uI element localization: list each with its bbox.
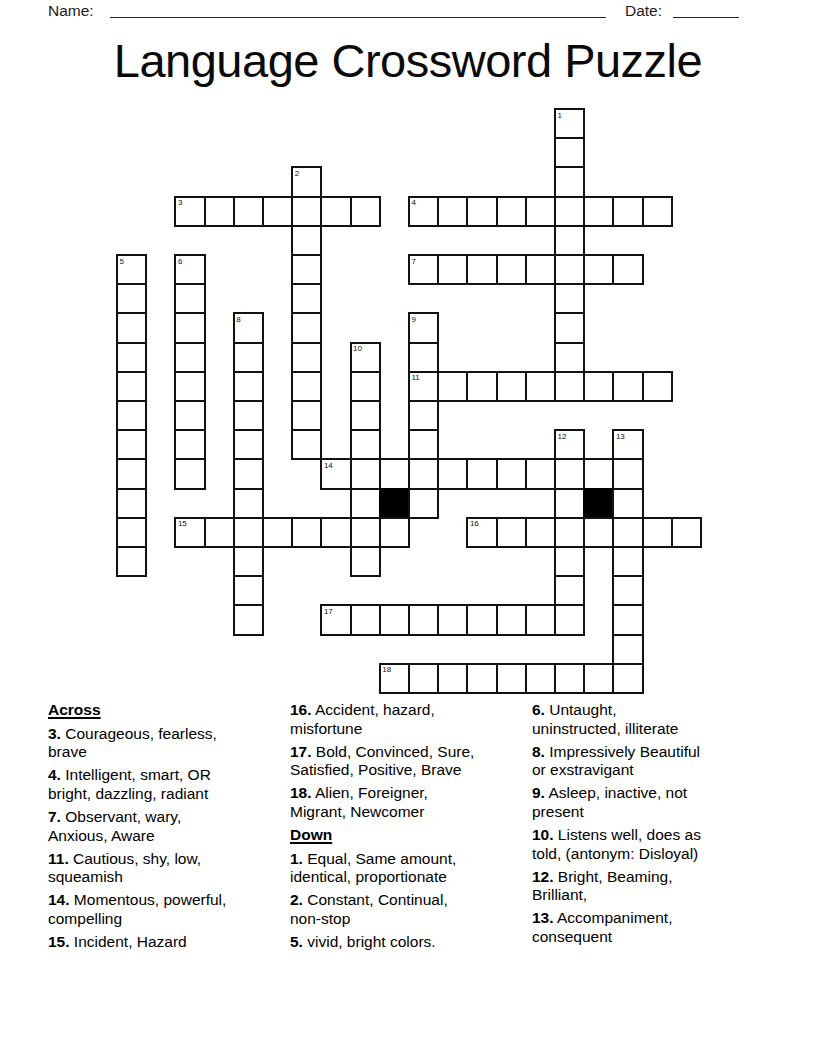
grid-cell[interactable] (233, 196, 264, 227)
grid-cell[interactable] (233, 546, 264, 577)
grid-cell-number: 3 (178, 198, 182, 207)
clue-text: Alien, Foreigner, Migrant, Newcomer (290, 784, 428, 820)
grid-cell-black (379, 488, 410, 519)
grid-cell[interactable] (204, 517, 235, 548)
clue-number: 14. (48, 891, 70, 908)
clue-number: 11. (48, 850, 69, 867)
grid-cell-number: 4 (412, 198, 416, 207)
grid-cell[interactable] (612, 634, 643, 665)
grid-cell[interactable] (350, 488, 381, 519)
grid-cell[interactable]: 17 (320, 604, 351, 635)
grid-cell-number: 6 (178, 257, 182, 266)
grid-cell[interactable] (583, 517, 614, 548)
grid-cell[interactable]: 15 (174, 517, 205, 548)
grid-cell[interactable] (350, 517, 381, 548)
clue-number: 18. (290, 784, 312, 801)
grid-cell[interactable] (496, 604, 527, 635)
clue-down-1: 1. Equal, Same amount, identical, propor… (290, 850, 522, 887)
grid-cell[interactable] (554, 604, 585, 635)
clue-column-2: 16. Accident, hazard, misfortune17. Bold… (290, 701, 522, 956)
grid-cell[interactable] (554, 488, 585, 519)
grid-cell[interactable] (496, 196, 527, 227)
grid-cell[interactable]: 16 (466, 517, 497, 548)
grid-cell-number: 15 (178, 519, 187, 528)
grid-cell-black (583, 488, 614, 519)
clue-text: Constant, Continual, non-stop (290, 891, 448, 927)
grid-cell[interactable] (233, 458, 264, 489)
grid-cell[interactable]: 7 (408, 254, 439, 285)
grid-cell[interactable] (642, 371, 673, 402)
clue-number: 12. (532, 868, 554, 885)
grid-cell[interactable] (408, 400, 439, 431)
clue-number: 17. (290, 743, 312, 760)
clue-text: Listens well, does as told, (antonym: Di… (532, 826, 701, 862)
grid-cell-number: 1 (558, 111, 562, 120)
grid-cell[interactable] (379, 604, 410, 635)
grid-cell[interactable] (408, 663, 439, 694)
grid-cell-number: 10 (353, 344, 362, 353)
grid-cell-number: 7 (412, 257, 416, 266)
clue-number: 9. (532, 784, 545, 801)
date-label: Date: (625, 2, 662, 20)
grid-cell[interactable] (116, 488, 147, 519)
grid-cell[interactable]: 18 (379, 663, 410, 694)
grid-cell[interactable] (233, 429, 264, 460)
grid-cell[interactable] (350, 546, 381, 577)
clue-number: 2. (290, 891, 303, 908)
grid-cell[interactable] (525, 196, 556, 227)
grid-cell[interactable] (554, 196, 585, 227)
grid-cell[interactable] (554, 166, 585, 197)
grid-cell[interactable] (233, 371, 264, 402)
grid-cell[interactable] (379, 458, 410, 489)
grid-cell[interactable] (437, 458, 468, 489)
grid-cell-number: 17 (324, 607, 333, 616)
clue-across-4: 4. Intelligent, smart, OR bright, dazzli… (48, 766, 280, 803)
grid-cell[interactable] (466, 254, 497, 285)
grid-cell[interactable] (291, 342, 322, 373)
grid-cell-number: 12 (558, 432, 567, 441)
grid-cell[interactable] (466, 604, 497, 635)
clue-text: Cautious, shy, low, squeamish (48, 850, 201, 886)
clue-down-9: 9. Asleep, inactive, not present (532, 784, 764, 821)
grid-cell[interactable] (408, 488, 439, 519)
grid-cell[interactable] (466, 458, 497, 489)
grid-cell[interactable] (291, 196, 322, 227)
clue-number: 5. (290, 933, 303, 950)
grid-cell[interactable] (554, 225, 585, 256)
grid-cell[interactable] (320, 196, 351, 227)
clue-number: 16. (290, 701, 312, 718)
grid-cell-number: 14 (324, 461, 333, 470)
grid-cell[interactable]: 1 (554, 108, 585, 139)
clue-text: Courageous, fearless, brave (48, 725, 217, 761)
grid-cell[interactable] (174, 342, 205, 373)
clue-down-2: 2. Constant, Continual, non-stop (290, 891, 522, 928)
clue-number: 7. (48, 808, 61, 825)
grid-cell[interactable] (437, 371, 468, 402)
grid-cell[interactable] (554, 283, 585, 314)
grid-cell[interactable] (554, 137, 585, 168)
grid-cell[interactable] (583, 371, 614, 402)
clues-section: Across3. Courageous, fearless, brave4. I… (48, 701, 764, 956)
name-field-line (110, 17, 606, 18)
grid-cell[interactable] (174, 312, 205, 343)
clue-across-15: 15. Incident, Hazard (48, 933, 280, 952)
grid-cell[interactable] (408, 342, 439, 373)
clue-number: 1. (290, 850, 303, 867)
grid-cell[interactable] (554, 517, 585, 548)
clue-number: 6. (532, 701, 545, 718)
grid-cell[interactable] (116, 312, 147, 343)
grid-cell[interactable] (204, 196, 235, 227)
grid-cell[interactable] (116, 371, 147, 402)
clue-text: Equal, Same amount, identical, proportio… (290, 850, 456, 886)
crossword-grid: 123456789101112131415161718 (116, 108, 704, 696)
grid-cell[interactable] (350, 429, 381, 460)
clue-down-6: 6. Untaught, uninstructed, illiterate (532, 701, 764, 738)
grid-cell[interactable] (291, 254, 322, 285)
grid-cell[interactable] (583, 254, 614, 285)
grid-cell[interactable] (291, 225, 322, 256)
grid-cell[interactable] (408, 458, 439, 489)
grid-cell[interactable] (291, 283, 322, 314)
grid-cell[interactable] (291, 312, 322, 343)
clue-down-8: 8. Impressively Beautiful or exstravigan… (532, 743, 764, 780)
grid-cell[interactable]: 2 (291, 166, 322, 197)
grid-cell[interactable] (466, 663, 497, 694)
grid-cell[interactable] (554, 458, 585, 489)
clue-across-14: 14. Momentous, powerful, compelling (48, 891, 280, 928)
grid-cell[interactable] (174, 429, 205, 460)
grid-cell[interactable] (291, 371, 322, 402)
grid-cell[interactable]: 3 (174, 196, 205, 227)
clue-down-13: 13. Accompaniment, consequent (532, 909, 764, 946)
grid-cell[interactable] (233, 400, 264, 431)
clue-text: Bold, Convinced, Sure, Satisfied, Positi… (290, 743, 474, 779)
clue-number: 3. (48, 725, 61, 742)
grid-cell[interactable] (612, 371, 643, 402)
page-title: Language Crossword Puzzle (0, 33, 816, 89)
grid-cell[interactable] (496, 371, 527, 402)
grid-cell[interactable] (408, 429, 439, 460)
grid-cell[interactable] (525, 254, 556, 285)
grid-cell-number: 9 (412, 315, 416, 324)
grid-cell-number: 11 (412, 373, 420, 382)
grid-cell[interactable] (496, 663, 527, 694)
grid-cell[interactable] (525, 663, 556, 694)
clue-column-3: 6. Untaught, uninstructed, illiterate8. … (532, 701, 764, 956)
grid-cell[interactable] (612, 458, 643, 489)
grid-cell[interactable] (233, 575, 264, 606)
grid-cell[interactable] (525, 458, 556, 489)
grid-cell[interactable] (291, 400, 322, 431)
grid-cell[interactable] (612, 604, 643, 635)
grid-cell[interactable] (116, 400, 147, 431)
grid-cell[interactable] (350, 604, 381, 635)
grid-cell[interactable] (671, 517, 702, 548)
grid-cell[interactable] (116, 458, 147, 489)
grid-cell[interactable] (174, 400, 205, 431)
grid-cell[interactable] (612, 517, 643, 548)
grid-cell[interactable] (233, 517, 264, 548)
clue-across-18: 18. Alien, Foreigner, Migrant, Newcomer (290, 784, 522, 821)
clue-across-7: 7. Observant, wary, Anxious, Aware (48, 808, 280, 845)
grid-cell[interactable] (466, 371, 497, 402)
grid-cell[interactable] (612, 254, 643, 285)
grid-cell[interactable] (466, 196, 497, 227)
grid-cell-number: 8 (236, 315, 240, 324)
grid-cell[interactable] (496, 458, 527, 489)
grid-cell-number: 18 (382, 665, 391, 674)
grid-cell[interactable] (408, 604, 439, 635)
grid-cell[interactable] (642, 517, 673, 548)
grid-cell[interactable] (350, 371, 381, 402)
grid-cell[interactable] (612, 488, 643, 519)
grid-cell[interactable] (437, 254, 468, 285)
clue-across-3: 3. Courageous, fearless, brave (48, 725, 280, 762)
grid-cell[interactable] (642, 196, 673, 227)
clue-down-10: 10. Listens well, does as told, (antonym… (532, 826, 764, 863)
clue-text: Momentous, powerful, compelling (48, 891, 226, 927)
grid-cell[interactable]: 5 (116, 254, 147, 285)
grid-cell[interactable]: 6 (174, 254, 205, 285)
grid-cell[interactable]: 9 (408, 312, 439, 343)
grid-cell[interactable]: 10 (350, 342, 381, 373)
grid-cell[interactable]: 8 (233, 312, 264, 343)
grid-cell[interactable] (174, 283, 205, 314)
grid-cell[interactable] (320, 517, 351, 548)
grid-cell[interactable] (291, 429, 322, 460)
grid-cell[interactable] (437, 196, 468, 227)
grid-cell[interactable] (291, 517, 322, 548)
clue-text: Bright, Beaming, Brilliant, (532, 868, 672, 904)
clue-number: 8. (532, 743, 545, 760)
grid-cell[interactable]: 13 (612, 429, 643, 460)
grid-cell[interactable] (262, 517, 293, 548)
clue-text: Untaught, uninstructed, illiterate (532, 701, 678, 737)
grid-cell[interactable]: 14 (320, 458, 351, 489)
grid-cell[interactable] (612, 196, 643, 227)
grid-cell[interactable] (437, 663, 468, 694)
grid-cell[interactable] (379, 517, 410, 548)
grid-cell[interactable] (525, 371, 556, 402)
grid-cell[interactable] (583, 196, 614, 227)
grid-cell[interactable] (116, 342, 147, 373)
grid-cell[interactable] (496, 517, 527, 548)
grid-cell[interactable] (116, 429, 147, 460)
clue-number: 10. (532, 826, 554, 843)
grid-cell[interactable] (554, 371, 585, 402)
grid-cell[interactable] (554, 575, 585, 606)
grid-cell[interactable] (583, 663, 614, 694)
clues-down-header: Down (290, 826, 522, 845)
grid-cell[interactable] (525, 604, 556, 635)
clue-text: Accompaniment, consequent (532, 909, 672, 945)
grid-cell[interactable] (496, 254, 527, 285)
grid-cell[interactable] (612, 546, 643, 577)
clue-text: Accident, hazard, misfortune (290, 701, 435, 737)
clue-column-1: Across3. Courageous, fearless, brave4. I… (48, 701, 280, 956)
grid-cell[interactable] (554, 342, 585, 373)
grid-cell[interactable] (174, 458, 205, 489)
grid-cell[interactable] (350, 196, 381, 227)
clue-across-17: 17. Bold, Convinced, Sure, Satisfied, Po… (290, 743, 522, 780)
clue-across-16: 16. Accident, hazard, misfortune (290, 701, 522, 738)
grid-cell-number: 16 (470, 519, 479, 528)
clue-text: vivid, bright colors. (303, 933, 436, 950)
grid-cell[interactable] (116, 546, 147, 577)
grid-cell[interactable] (554, 312, 585, 343)
clue-across-11: 11. Cautious, shy, low, squeamish (48, 850, 280, 887)
clue-text: Asleep, inactive, not present (532, 784, 687, 820)
clue-text: Impressively Beautiful or exstravigant (532, 743, 700, 779)
clue-number: 15. (48, 933, 70, 950)
grid-cell[interactable] (174, 371, 205, 402)
grid-cell[interactable] (554, 546, 585, 577)
clue-text: Observant, wary, Anxious, Aware (48, 808, 181, 844)
grid-cell-number: 2 (295, 169, 299, 178)
grid-cell[interactable] (233, 488, 264, 519)
grid-cell[interactable] (554, 663, 585, 694)
grid-cell[interactable]: 12 (554, 429, 585, 460)
worksheet-page: Name: Date: Language Crossword Puzzle 12… (0, 0, 816, 1056)
grid-cell-number: 5 (120, 257, 124, 266)
grid-cell[interactable] (233, 604, 264, 635)
grid-cell[interactable]: 11 (408, 371, 439, 402)
grid-cell[interactable] (612, 663, 643, 694)
grid-cell[interactable] (437, 604, 468, 635)
clue-down-5: 5. vivid, bright colors. (290, 933, 522, 952)
grid-cell[interactable] (116, 517, 147, 548)
clue-text: Intelligent, smart, OR bright, dazzling,… (48, 766, 211, 802)
grid-cell[interactable] (350, 458, 381, 489)
clue-number: 13. (532, 909, 554, 926)
grid-cell[interactable] (583, 458, 614, 489)
grid-cell[interactable] (350, 400, 381, 431)
grid-cell[interactable] (262, 196, 293, 227)
name-label: Name: (48, 2, 94, 20)
grid-cell[interactable]: 4 (408, 196, 439, 227)
grid-cell[interactable] (525, 517, 556, 548)
grid-cell[interactable] (233, 342, 264, 373)
clue-number: 4. (48, 766, 61, 783)
clue-text: Incident, Hazard (70, 933, 187, 950)
clues-across-header: Across (48, 701, 280, 720)
grid-cell[interactable] (554, 254, 585, 285)
clue-down-12: 12. Bright, Beaming, Brilliant, (532, 868, 764, 905)
grid-cell[interactable] (612, 575, 643, 606)
grid-cell[interactable] (116, 283, 147, 314)
date-field-line (673, 17, 739, 18)
grid-cell-number: 13 (616, 432, 625, 441)
